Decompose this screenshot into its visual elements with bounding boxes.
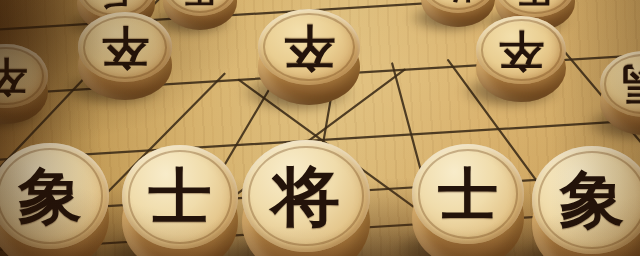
piece-character-elephant: 象 (532, 149, 640, 252)
piece-top-face: 馬 (163, 0, 237, 16)
piece-top-face: 馬 (495, 0, 575, 17)
piece-top-face: 士 (122, 145, 238, 249)
xiangqi-piece-soldier-edge-left[interactable]: 卒 (0, 44, 48, 124)
piece-top-face: 馬 (600, 51, 640, 117)
xiangqi-piece-elephant-left[interactable]: 象 (0, 143, 109, 256)
piece-character-advisor: 士 (412, 147, 524, 242)
piece-character-general: 将 (242, 143, 370, 249)
piece-character-soldier: 卒 (258, 11, 360, 83)
piece-top-face: 卒 (0, 44, 48, 108)
xiangqi-piece-horse-edge-right[interactable]: 馬 (600, 51, 640, 135)
piece-top-face: 卒 (78, 12, 172, 82)
xiangqi-piece-general[interactable]: 将 (242, 140, 370, 256)
xiangqi-piece-advisor-left[interactable]: 士 (122, 145, 238, 256)
piece-character-soldier: 卒 (476, 18, 566, 83)
piece-character-horse: 馬 (495, 0, 575, 16)
piece-character-advisor: 士 (122, 148, 238, 247)
piece-top-face: 卒 (258, 9, 360, 85)
piece-top-face: 象 (532, 146, 640, 254)
piece-character-elephant: 象 (0, 146, 109, 247)
piece-top-face: 卒 (476, 16, 566, 84)
piece-top-face: 将 (242, 140, 370, 252)
xiangqi-board-photo: 象士将士象卒卒卒卒馬兵馬炮馬 (0, 0, 640, 256)
xiangqi-piece-soldier-right[interactable]: 卒 (476, 16, 566, 102)
piece-character-soldier: 卒 (0, 46, 48, 107)
piece-character-cannon: 炮 (421, 0, 495, 12)
piece-character-soldier: 卒 (78, 14, 172, 81)
xiangqi-piece-soldier-left[interactable]: 卒 (78, 12, 172, 100)
piece-character-horse: 馬 (600, 53, 640, 116)
xiangqi-piece-far-frag-2[interactable]: 馬 (163, 0, 237, 30)
xiangqi-piece-advisor-right[interactable]: 士 (412, 144, 524, 256)
piece-top-face: 象 (0, 143, 109, 249)
piece-top-face: 炮 (421, 0, 495, 13)
xiangqi-piece-elephant-right[interactable]: 象 (532, 146, 640, 256)
piece-character-horse: 馬 (163, 0, 237, 15)
piece-top-face: 士 (412, 144, 524, 244)
xiangqi-piece-soldier-center[interactable]: 卒 (258, 9, 360, 105)
